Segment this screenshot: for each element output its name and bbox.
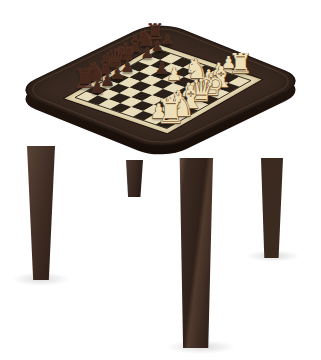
piece-black-pawn-a7[interactable]: ♟	[90, 79, 106, 97]
chess-table-photo: ♜♞♝♛♚♝♞♜♟♟♟♟♟♟♟♟♟♞♟♟♟♟♟♟♟♜♞♝♛♚♝♜	[0, 0, 321, 360]
table-leg-left	[27, 146, 55, 280]
piece-black-pawn-f7[interactable]: ♟	[141, 46, 155, 61]
table-leg-back	[126, 160, 143, 197]
table-leg-front	[179, 158, 213, 348]
table-leg-right	[261, 158, 283, 258]
piece-white-rook-a1[interactable]: ♜	[156, 95, 186, 128]
